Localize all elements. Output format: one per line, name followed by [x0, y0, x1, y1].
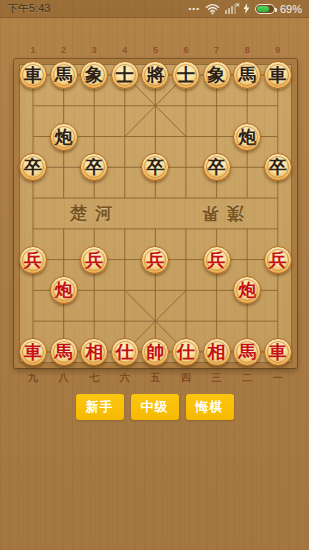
intermediate-level-button[interactable]: 中级 — [131, 394, 179, 420]
wifi-icon — [205, 3, 220, 15]
piece-black-advisor[interactable]: 士 — [111, 61, 139, 89]
piece-red-soldier[interactable]: 兵 — [19, 246, 47, 274]
undo-move-button[interactable]: 悔棋 — [186, 394, 234, 420]
file-label-bottom-2: 八 — [59, 371, 69, 385]
battery-cap — [275, 8, 277, 12]
file-label-top-9: 9 — [275, 45, 280, 55]
file-label-top-8: 8 — [245, 45, 250, 55]
piece-red-soldier[interactable]: 兵 — [264, 246, 292, 274]
status-bar: 下午5:43 ••• ✕ — [0, 0, 309, 18]
piece-red-advisor[interactable]: 仕 — [111, 338, 139, 366]
file-label-top-7: 7 — [214, 45, 219, 55]
screen: 下午5:43 ••• ✕ — [0, 0, 309, 550]
charging-bolt-icon — [243, 3, 250, 14]
file-label-bottom-6: 四 — [181, 371, 191, 385]
file-label-top-3: 3 — [92, 45, 97, 55]
piece-red-chariot[interactable]: 車 — [264, 338, 292, 366]
piece-black-chariot[interactable]: 車 — [19, 61, 47, 89]
piece-black-horse[interactable]: 馬 — [233, 61, 261, 89]
piece-black-cannon[interactable]: 炮 — [50, 123, 78, 151]
piece-black-horse[interactable]: 馬 — [50, 61, 78, 89]
newbie-level-button[interactable]: 新手 — [76, 394, 124, 420]
file-label-top-6: 6 — [183, 45, 188, 55]
piece-red-advisor[interactable]: 仕 — [172, 338, 200, 366]
piece-red-elephant[interactable]: 相 — [203, 338, 231, 366]
file-label-bottom-3: 七 — [89, 371, 99, 385]
file-label-top-1: 1 — [30, 45, 35, 55]
file-label-top-4: 4 — [122, 45, 127, 55]
battery-percent: 69% — [280, 3, 302, 15]
battery-icon — [255, 4, 275, 14]
status-icons: ••• ✕ 69% — [189, 3, 302, 15]
piece-black-elephant[interactable]: 象 — [203, 61, 231, 89]
piece-red-horse[interactable]: 馬 — [233, 338, 261, 366]
board-grid — [14, 59, 297, 368]
file-label-bottom-1: 九 — [28, 371, 38, 385]
piece-black-soldier[interactable]: 卒 — [203, 153, 231, 181]
piece-black-cannon[interactable]: 炮 — [233, 123, 261, 151]
battery-fill — [257, 6, 269, 12]
more-dots-icon: ••• — [189, 5, 200, 13]
piece-red-soldier[interactable]: 兵 — [141, 246, 169, 274]
file-labels-bottom: 九八七六五四三二一 — [0, 371, 309, 384]
piece-red-soldier[interactable]: 兵 — [80, 246, 108, 274]
signal-no-sim-icon: ✕ — [225, 4, 238, 14]
piece-red-horse[interactable]: 馬 — [50, 338, 78, 366]
xiangqi-board: 楚河 漢界 車馬象士將士象馬車炮炮卒卒卒卒卒兵兵兵兵兵炮炮車馬相仕帥仕相馬車 — [14, 59, 297, 368]
file-label-top-5: 5 — [153, 45, 158, 55]
file-label-top-2: 2 — [61, 45, 66, 55]
file-label-bottom-5: 五 — [150, 371, 160, 385]
piece-black-soldier[interactable]: 卒 — [264, 153, 292, 181]
piece-black-advisor[interactable]: 士 — [172, 61, 200, 89]
file-label-bottom-8: 二 — [242, 371, 252, 385]
river-label-han-jie: 漢界 — [194, 202, 244, 225]
file-label-bottom-7: 三 — [212, 371, 222, 385]
piece-red-elephant[interactable]: 相 — [80, 338, 108, 366]
clock: 下午5:43 — [7, 1, 50, 16]
button-row: 新手 中级 悔棋 — [0, 394, 309, 420]
piece-red-cannon[interactable]: 炮 — [50, 276, 78, 304]
piece-red-chariot[interactable]: 車 — [19, 338, 47, 366]
piece-red-soldier[interactable]: 兵 — [203, 246, 231, 274]
river-label-chu-he: 楚河 — [70, 202, 120, 225]
piece-black-chariot[interactable]: 車 — [264, 61, 292, 89]
file-label-bottom-9: 一 — [273, 371, 283, 385]
piece-black-elephant[interactable]: 象 — [80, 61, 108, 89]
file-label-bottom-4: 六 — [120, 371, 130, 385]
file-labels-top: 123456789 — [0, 45, 309, 57]
